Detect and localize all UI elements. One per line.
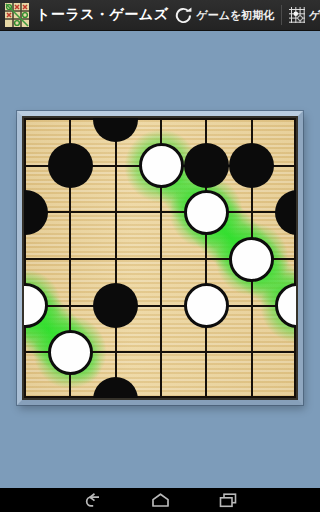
board-cell[interactable] <box>251 165 296 212</box>
back-icon <box>82 493 102 507</box>
board-cell[interactable] <box>24 351 69 398</box>
board-cell[interactable] <box>115 118 160 165</box>
recents-button[interactable] <box>213 490 243 510</box>
board-grid-icon <box>289 7 305 23</box>
change-game-button[interactable]: ゲーム変更 <box>282 0 320 31</box>
board-cell[interactable] <box>115 211 160 258</box>
board-cell[interactable] <box>69 118 114 165</box>
app-logo-icon <box>5 3 29 27</box>
board-cell[interactable] <box>205 351 250 398</box>
reset-game-label: ゲームを初期化 <box>196 8 274 23</box>
board-cell[interactable] <box>205 118 250 165</box>
board-cell[interactable] <box>160 165 205 212</box>
android-nav-bar <box>0 488 320 512</box>
board-cell[interactable] <box>160 305 205 352</box>
home-button[interactable] <box>145 490 175 510</box>
home-icon <box>151 493 170 507</box>
board-cell[interactable] <box>251 118 296 165</box>
game-board[interactable] <box>17 111 303 405</box>
board-cell[interactable] <box>69 165 114 212</box>
board-cell[interactable] <box>69 258 114 305</box>
board-cell[interactable] <box>115 165 160 212</box>
reset-game-button[interactable]: ゲームを初期化 <box>168 0 281 31</box>
change-game-label: ゲーム変更 <box>309 8 320 23</box>
board-cell[interactable] <box>205 258 250 305</box>
board-cell[interactable] <box>251 305 296 352</box>
board-cell[interactable] <box>115 258 160 305</box>
board-cell[interactable] <box>24 211 69 258</box>
board-cell[interactable] <box>69 351 114 398</box>
board-cell[interactable] <box>205 165 250 212</box>
refresh-icon <box>175 7 192 24</box>
board-cell[interactable] <box>205 305 250 352</box>
board-cell[interactable] <box>24 118 69 165</box>
back-button[interactable] <box>77 490 107 510</box>
board-cell[interactable] <box>205 211 250 258</box>
recents-icon <box>219 493 237 508</box>
board-cell[interactable] <box>69 305 114 352</box>
board-cell[interactable] <box>69 211 114 258</box>
board-cell[interactable] <box>160 211 205 258</box>
board-wood <box>24 118 296 398</box>
board-cell[interactable] <box>251 211 296 258</box>
board-cell[interactable] <box>24 165 69 212</box>
board-cell[interactable] <box>115 351 160 398</box>
board-cell[interactable] <box>24 305 69 352</box>
board-grid <box>24 118 296 398</box>
board-cell[interactable] <box>160 258 205 305</box>
board-cell[interactable] <box>115 305 160 352</box>
page-title: トーラス・ゲームズ <box>36 6 168 24</box>
action-bar: トーラス・ゲームズ ゲームを初期化 ゲーム変更 <box>0 0 320 31</box>
board-cell[interactable] <box>24 258 69 305</box>
board-cell[interactable] <box>251 351 296 398</box>
board-cell[interactable] <box>160 118 205 165</box>
board-cell[interactable] <box>251 258 296 305</box>
board-cell[interactable] <box>160 351 205 398</box>
